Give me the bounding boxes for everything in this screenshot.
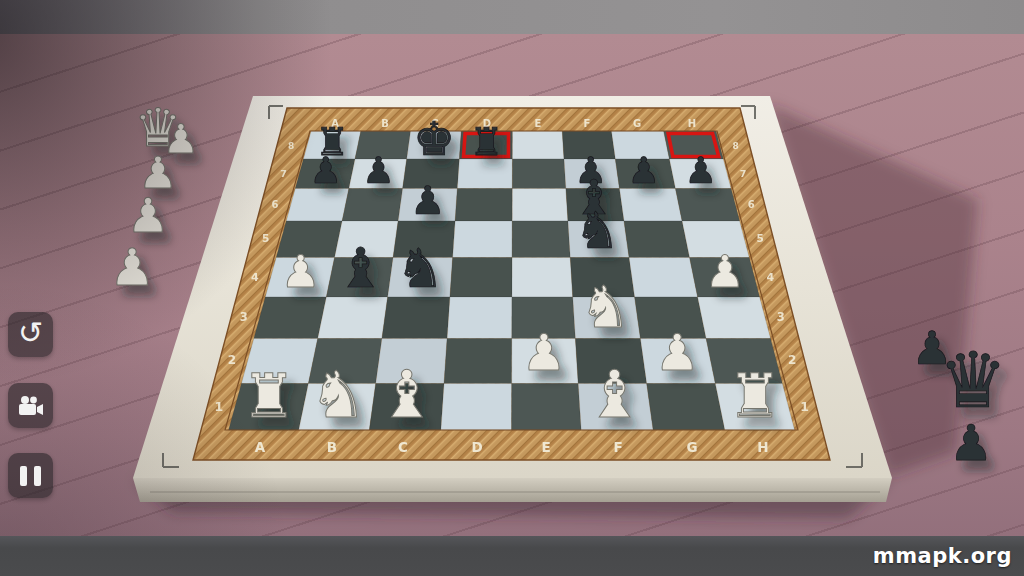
- rank-label-right: 4: [767, 271, 775, 284]
- piece-white-pawn-e2[interactable]: ♟: [521, 323, 566, 382]
- file-label-bottom: E: [541, 439, 550, 455]
- piece-black-pawn-c6[interactable]: ♟: [410, 178, 445, 223]
- file-label-top: H: [688, 118, 696, 129]
- square-d3[interactable]: [447, 297, 512, 339]
- square-d1[interactable]: [441, 384, 512, 431]
- pause-icon: [20, 466, 41, 486]
- piece-white-bishop-c1[interactable]: ♝: [378, 356, 436, 432]
- file-label-top: B: [381, 118, 389, 129]
- square-d2[interactable]: [444, 339, 512, 384]
- rank-label-left: 6: [271, 199, 278, 210]
- piece-white-knight-f3[interactable]: ♞: [580, 274, 631, 340]
- square-e4[interactable]: [512, 258, 573, 298]
- square-e1[interactable]: [512, 384, 582, 431]
- piece-black-knight-f5[interactable]: ♞: [575, 201, 620, 260]
- bottom-bar: [0, 536, 1024, 576]
- square-g5[interactable]: [624, 221, 690, 258]
- camera-button[interactable]: [8, 383, 53, 428]
- file-label-top: E: [535, 118, 542, 129]
- rank-label-right: 2: [788, 353, 796, 367]
- file-label-bottom: A: [255, 439, 266, 455]
- file-label-bottom: G: [686, 439, 697, 455]
- square-b3[interactable]: [318, 297, 388, 339]
- file-label-top: G: [633, 118, 641, 129]
- piece-white-rook-a1[interactable]: ♜: [242, 361, 296, 431]
- file-label-bottom: H: [757, 439, 768, 455]
- captured-white-pawn[interactable]: ♟: [109, 238, 155, 297]
- rank-label-left: 1: [215, 399, 224, 414]
- square-e7[interactable]: [512, 159, 566, 189]
- square-h3[interactable]: [698, 297, 771, 339]
- square-h6[interactable]: [675, 189, 739, 222]
- rank-label-left: 3: [240, 310, 248, 324]
- piece-black-pawn-h7[interactable]: ♟: [685, 149, 718, 192]
- rank-label-right: 5: [756, 232, 763, 244]
- piece-black-pawn-b7[interactable]: ♟: [362, 149, 395, 192]
- game-screen: AABBCCDDEEFFGGHH8877665544332211♜♚♜♟♟♟♟♟…: [0, 0, 1024, 576]
- piece-white-pawn-h4[interactable]: ♟: [705, 246, 745, 298]
- file-label-bottom: D: [471, 439, 482, 455]
- piece-black-pawn-g7[interactable]: ♟: [628, 149, 661, 192]
- square-c3[interactable]: [382, 297, 450, 339]
- rank-label-left: 8: [288, 141, 294, 151]
- rank-label-right: 8: [732, 141, 738, 151]
- square-d6[interactable]: [455, 189, 512, 222]
- square-b6[interactable]: [342, 189, 402, 222]
- rank-label-left: 7: [280, 168, 287, 179]
- rank-label-right: 7: [740, 168, 747, 179]
- piece-black-bishop-b4[interactable]: ♝: [336, 236, 385, 300]
- watermark: mmapk.org: [873, 544, 1012, 568]
- piece-white-bishop-f1[interactable]: ♝: [585, 356, 643, 432]
- pause-button[interactable]: [8, 453, 53, 498]
- captured-white-pawn[interactable]: ♟: [127, 188, 170, 243]
- square-e6[interactable]: [512, 189, 568, 222]
- undo-button[interactable]: ↺: [8, 312, 53, 357]
- file-label-top: F: [584, 118, 591, 129]
- square-a6[interactable]: [286, 189, 349, 222]
- piece-black-rook-d8[interactable]: ♜: [470, 120, 504, 164]
- piece-black-pawn-a7[interactable]: ♟: [309, 149, 342, 192]
- piece-white-pawn-a4[interactable]: ♟: [280, 246, 320, 298]
- rank-label-left: 4: [251, 271, 259, 284]
- piece-white-rook-h1[interactable]: ♜: [728, 361, 782, 431]
- rank-label-right: 1: [800, 399, 809, 414]
- square-d4[interactable]: [450, 258, 512, 298]
- piece-white-knight-b1[interactable]: ♞: [309, 358, 366, 432]
- undo-arrow-icon: ↺: [18, 318, 43, 348]
- square-g6[interactable]: [619, 189, 682, 222]
- rank-label-left: 5: [262, 232, 269, 244]
- file-label-bottom: B: [327, 439, 337, 455]
- file-label-bottom: F: [613, 439, 622, 455]
- square-a3[interactable]: [254, 297, 326, 339]
- captured-black-queen[interactable]: ♛: [939, 336, 1008, 425]
- rank-label-left: 2: [228, 353, 236, 367]
- piece-black-knight-c4[interactable]: ♞: [396, 237, 444, 300]
- captured-black-pawn[interactable]: ♟: [949, 414, 993, 472]
- square-g4[interactable]: [629, 258, 698, 298]
- piece-black-king-c8[interactable]: ♚: [413, 112, 455, 166]
- rank-label-right: 6: [748, 199, 755, 210]
- square-e8[interactable]: [512, 131, 564, 159]
- square-e5[interactable]: [512, 221, 570, 258]
- file-label-bottom: C: [398, 439, 408, 455]
- video-camera-icon: [17, 395, 45, 417]
- rank-label-right: 3: [777, 310, 785, 324]
- chess-board: AABBCCDDEEFFGGHH8877665544332211♜♚♜♟♟♟♟♟…: [0, 0, 1024, 576]
- square-d5[interactable]: [453, 221, 513, 258]
- square-g1[interactable]: [647, 384, 725, 431]
- board-edge: [133, 478, 892, 502]
- piece-white-pawn-g2[interactable]: ♟: [655, 323, 700, 382]
